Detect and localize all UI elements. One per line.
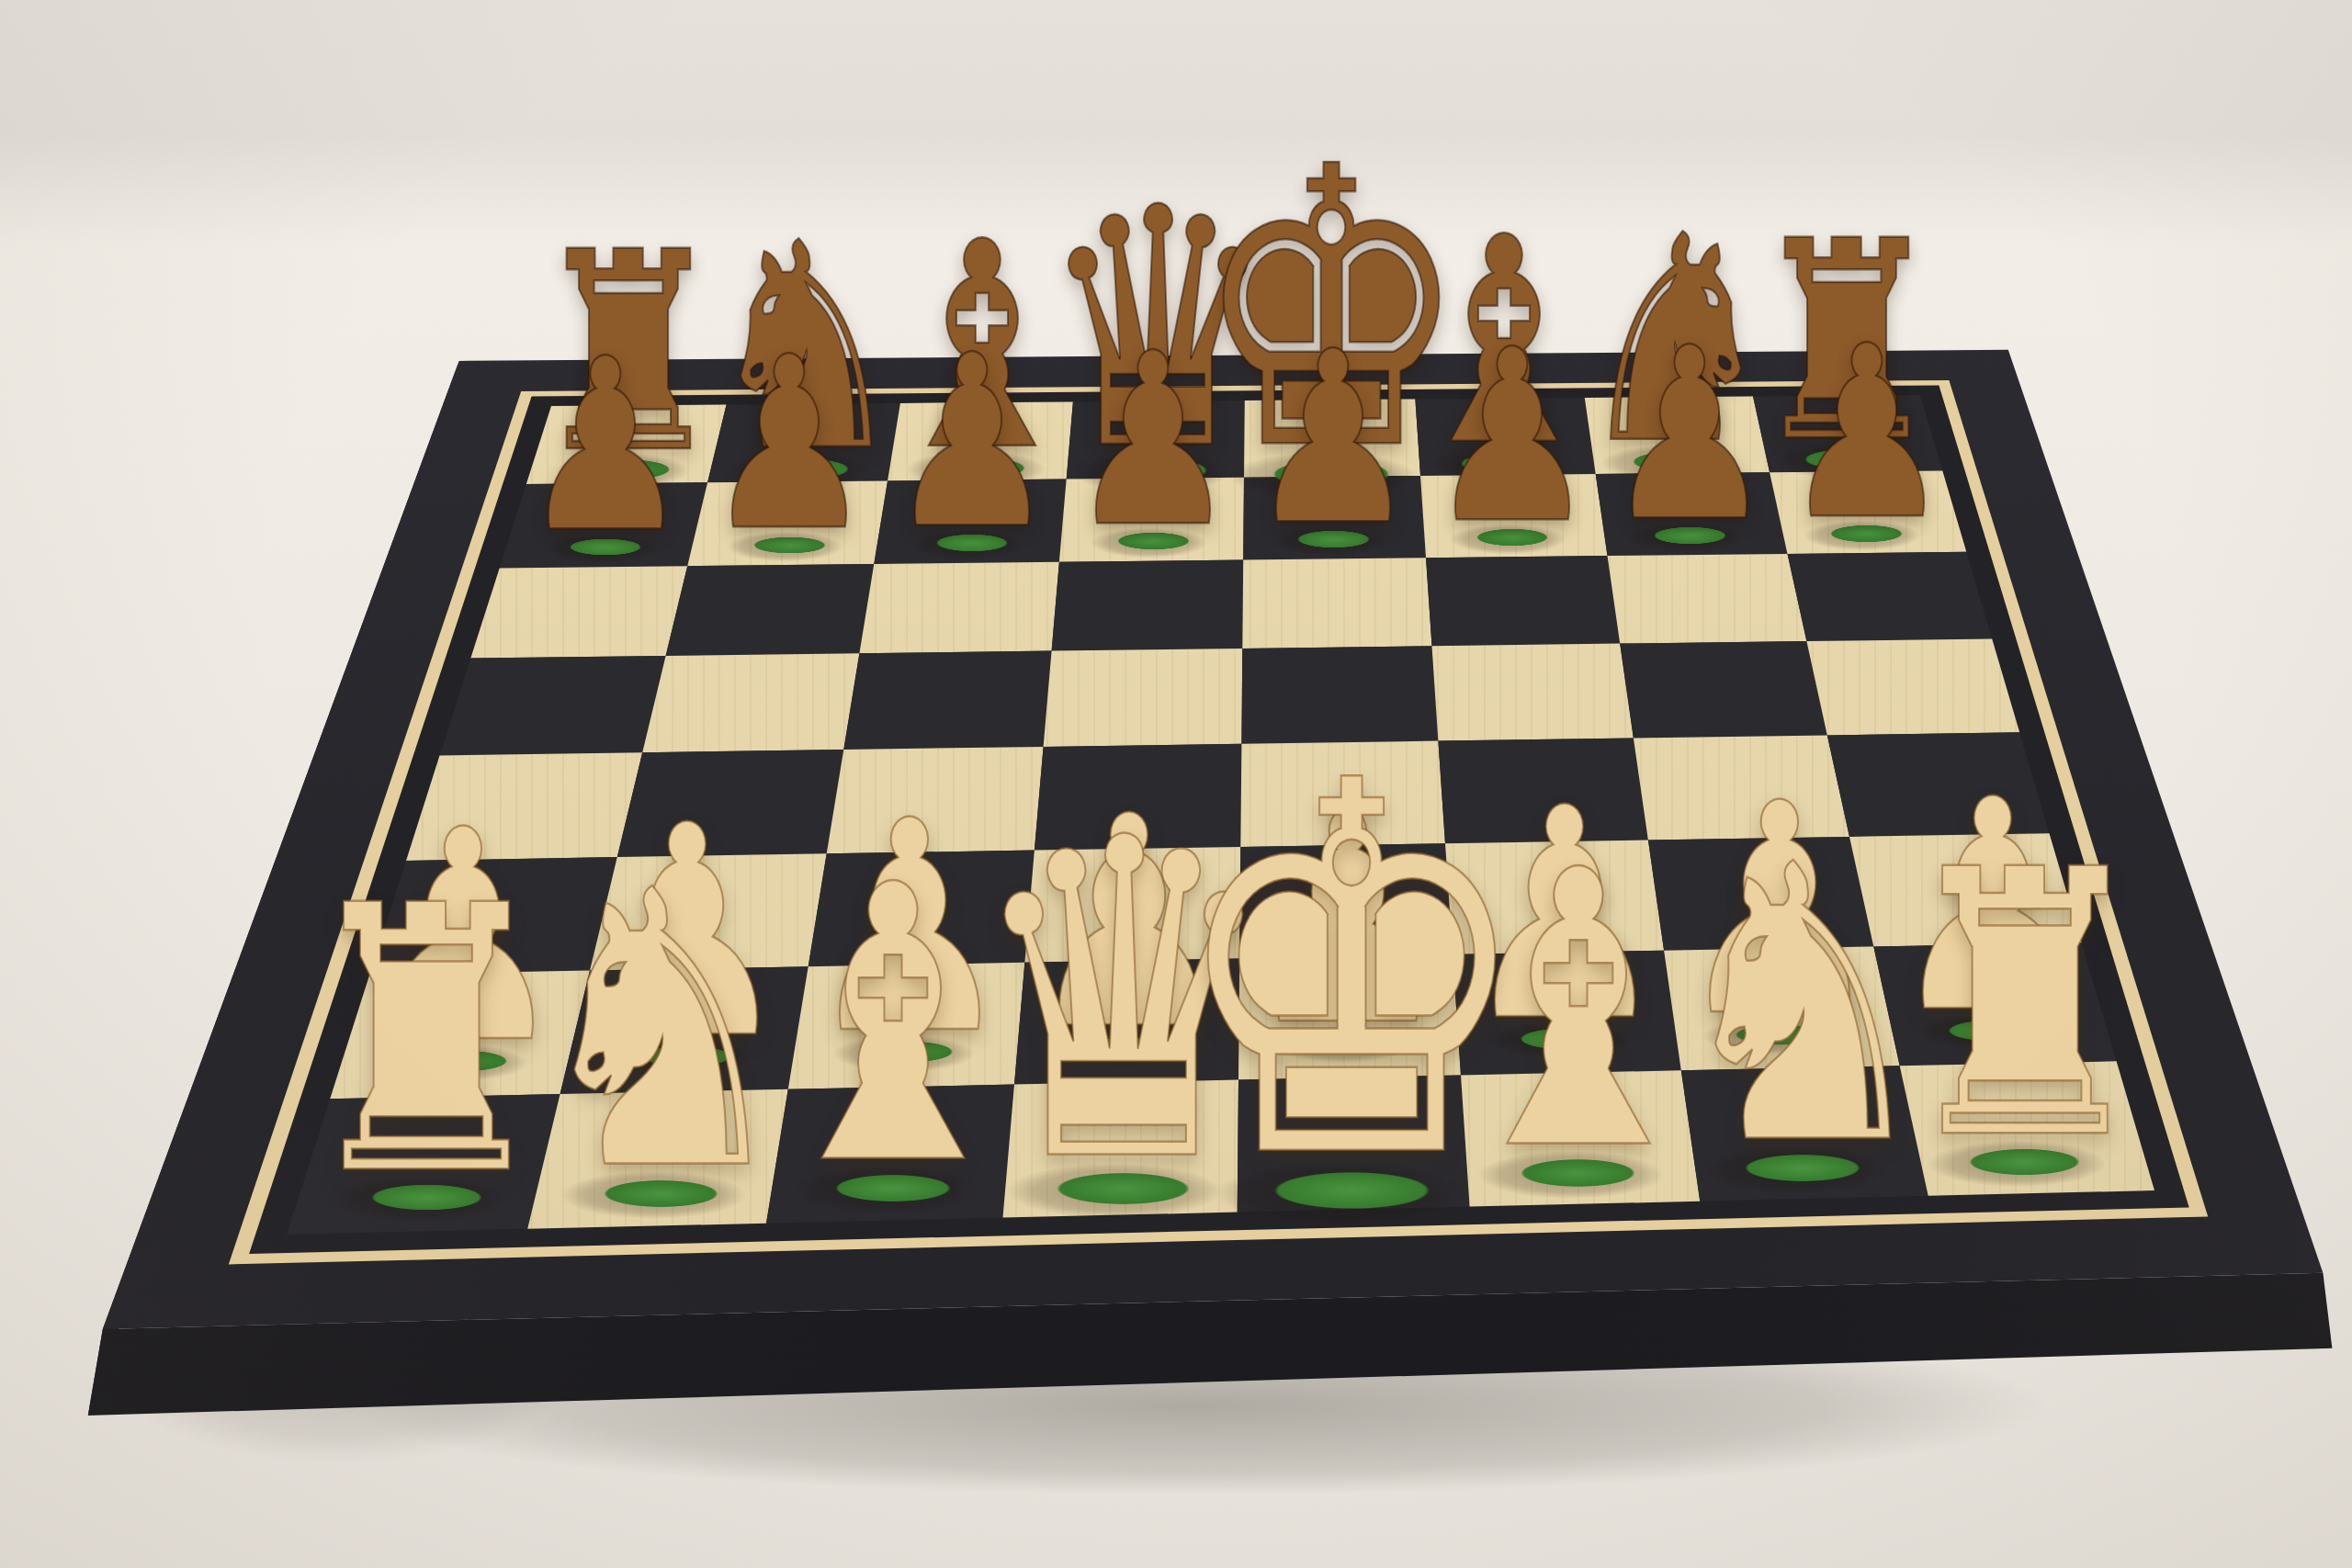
piece-black-pawn-b7: ♟	[704, 325, 875, 563]
piece-white-rook-h1: ♜	[1894, 823, 2156, 1190]
piece-white-rook-a1: ♜	[295, 858, 558, 1224]
piece-black-pawn-d7: ♟	[1069, 321, 1239, 559]
piece-black-pawn-c7: ♟	[887, 323, 1057, 561]
piece-black-pawn-f7: ♟	[1427, 318, 1598, 556]
chess-pieces: ♜♞♝♛♚♝♞♜♟♟♟♟♟♟♟♟♟♟♟♟♟♟♟♟♜♞♝♛♚♝♞♜	[0, 0, 2352, 1568]
chess-photo-scene: ♜♞♝♛♚♝♞♜♟♟♟♟♟♟♟♟♟♟♟♟♟♟♟♟♜♞♝♛♚♝♞♜	[0, 0, 2352, 1568]
piece-black-pawn-h7: ♟	[1781, 314, 1952, 552]
piece-black-pawn-e7: ♟	[1249, 320, 1419, 558]
piece-black-pawn-a7: ♟	[520, 327, 691, 565]
piece-black-pawn-g7: ♟	[1605, 316, 1776, 554]
